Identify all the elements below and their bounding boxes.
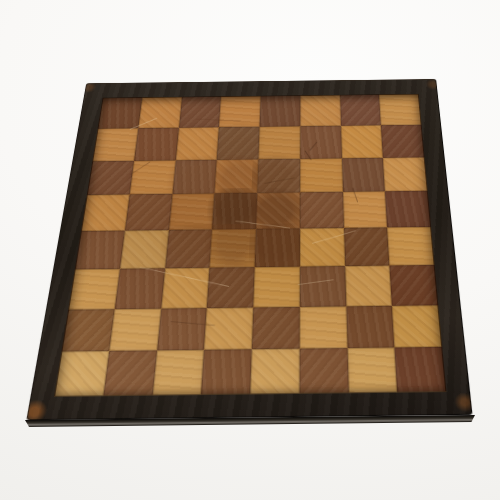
square-f8: [300, 95, 340, 126]
square-h8: [379, 94, 421, 125]
square-h3: [390, 265, 439, 306]
square-a5: [81, 195, 129, 232]
chessboard: [26, 79, 472, 420]
square-a1: [54, 351, 109, 397]
board-frame: [26, 79, 472, 420]
square-b3: [114, 268, 164, 309]
square-g5: [343, 192, 388, 228]
square-e5: [256, 193, 300, 229]
square-c5: [168, 194, 214, 230]
square-e4: [255, 228, 300, 266]
square-f1: [299, 348, 348, 394]
stain-mark: [208, 154, 264, 198]
square-a6: [87, 160, 134, 195]
square-d1: [201, 349, 252, 395]
square-g4: [344, 227, 390, 265]
stain-mark: [248, 223, 306, 272]
square-b8: [138, 97, 182, 128]
square-h2: [392, 305, 442, 348]
square-f4: [300, 228, 345, 266]
square-f5: [300, 192, 344, 228]
square-f3: [300, 266, 346, 307]
square-a8: [98, 97, 143, 128]
square-a3: [68, 269, 120, 310]
square-a7: [92, 128, 138, 161]
square-h1: [395, 347, 447, 393]
square-e2: [252, 306, 300, 349]
square-f2: [299, 306, 347, 349]
stain-mark: [250, 188, 306, 235]
square-h6: [383, 157, 428, 192]
square-c1: [152, 350, 204, 396]
square-g6: [342, 157, 386, 192]
square-g7: [341, 125, 383, 158]
square-e7: [258, 126, 300, 159]
square-f6: [300, 158, 343, 193]
square-h7: [381, 125, 425, 158]
square-d4: [210, 229, 256, 267]
square-d2: [204, 307, 253, 350]
square-h4: [387, 227, 434, 265]
square-g2: [346, 305, 395, 348]
square-b7: [134, 128, 179, 161]
square-c4: [165, 230, 213, 268]
square-b2: [109, 308, 161, 351]
stain-mark: [211, 122, 266, 164]
square-b5: [125, 194, 172, 231]
photo-background: [0, 0, 500, 500]
square-b1: [103, 351, 157, 397]
square-d6: [215, 159, 259, 194]
square-e1: [250, 349, 299, 395]
square-e6: [257, 158, 300, 193]
square-g1: [347, 348, 397, 394]
square-b6: [129, 160, 175, 195]
board-playing-surface: [54, 94, 447, 397]
square-e3: [253, 266, 299, 307]
square-h5: [385, 191, 431, 227]
square-b4: [120, 230, 169, 269]
square-c2: [157, 308, 207, 351]
square-a4: [75, 231, 125, 270]
square-d8: [219, 96, 261, 127]
square-g3: [345, 265, 392, 306]
board-squares-grid: [54, 94, 447, 397]
square-d5: [212, 193, 257, 229]
stain-mark: [203, 224, 262, 273]
square-c3: [161, 267, 210, 308]
stain-mark: [251, 154, 306, 198]
square-d7: [217, 127, 260, 160]
square-c7: [175, 127, 219, 160]
square-e8: [260, 95, 301, 126]
square-c8: [179, 96, 222, 127]
square-d3: [207, 267, 255, 308]
square-c6: [172, 159, 217, 194]
square-a2: [61, 309, 114, 352]
stain-mark: [206, 188, 264, 235]
square-f7: [300, 126, 342, 159]
square-g8: [340, 94, 381, 125]
